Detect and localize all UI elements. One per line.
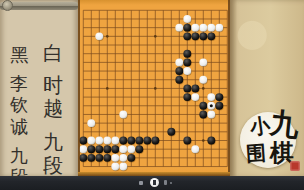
black-side-label: 黑 — [6, 44, 32, 65]
player-name-scroll: 黑 李钦诚 九段 白 时越 九段 — [0, 0, 78, 177]
white-player-rank: 九段 — [40, 131, 66, 178]
white-player-name: 时越 — [40, 74, 66, 121]
go-board-panel — [78, 0, 230, 177]
red-seal-icon — [290, 161, 300, 171]
white-side-label: 白 — [40, 42, 66, 66]
app-logo: 小 九 围 棋 — [238, 103, 304, 175]
stop-icon[interactable] — [139, 181, 143, 185]
move-indicator-dot — [170, 182, 172, 184]
white-player-column: 白 时越 九段 — [40, 42, 66, 178]
black-player-column: 黑 李钦诚 九段 — [6, 44, 32, 187]
logo-char-jiu: 九 — [269, 109, 301, 141]
playback-bar — [0, 176, 304, 190]
next-move-icon[interactable] — [164, 180, 167, 185]
play-pause-button[interactable] — [150, 178, 159, 187]
logo-char-wei: 围 — [245, 142, 266, 163]
go-board[interactable] — [78, 0, 230, 177]
right-side-panel: 小 九 围 棋 — [230, 0, 304, 177]
scroll-knob-icon — [2, 0, 13, 11]
board-left-edge — [78, 0, 80, 177]
black-player-name: 李钦诚 — [6, 73, 32, 137]
